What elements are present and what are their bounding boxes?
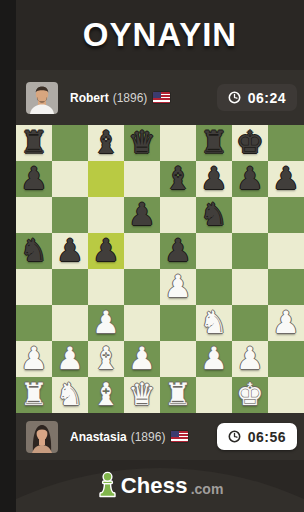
- square-e3[interactable]: [160, 305, 196, 341]
- chesscom-logo[interactable]: Chess .com: [16, 460, 304, 512]
- clock-time: 06:56: [248, 429, 286, 445]
- white-bishop-piece: ♝: [92, 343, 120, 374]
- black-queen-piece: ♛: [128, 127, 156, 158]
- square-a7[interactable]: ♟: [16, 161, 52, 197]
- square-c3[interactable]: ♟: [88, 305, 124, 341]
- player-name[interactable]: Robert: [70, 91, 109, 105]
- square-g3[interactable]: [232, 305, 268, 341]
- black-king-piece: ♚: [236, 127, 264, 158]
- black-pawn-piece: ♟: [272, 163, 300, 194]
- square-b1[interactable]: ♞: [52, 377, 88, 413]
- white-pawn-piece: ♟: [20, 343, 48, 374]
- square-e6[interactable]: [160, 197, 196, 233]
- square-f2[interactable]: ♟: [196, 341, 232, 377]
- square-b5[interactable]: ♟: [52, 233, 88, 269]
- square-d5[interactable]: [124, 233, 160, 269]
- us-flag-icon: [153, 92, 170, 103]
- square-b3[interactable]: [52, 305, 88, 341]
- chess-board[interactable]: ♜♝♛♜♚♟♝♟♟♟♟♞♞♟♟♟♟♟♞♟♟♟♝♟♟♟♜♞♝♛♜♚: [16, 125, 304, 413]
- title-bar: OYNAYIN: [16, 0, 304, 70]
- square-e4[interactable]: ♟: [160, 269, 196, 305]
- logo-text: Chess: [121, 473, 188, 499]
- square-b4[interactable]: [52, 269, 88, 305]
- square-c1[interactable]: ♝: [88, 377, 124, 413]
- square-h8[interactable]: [268, 125, 304, 161]
- white-knight-piece: ♞: [200, 307, 228, 338]
- square-a1[interactable]: ♜: [16, 377, 52, 413]
- clock-icon: [228, 91, 241, 104]
- square-h4[interactable]: [268, 269, 304, 305]
- square-f6[interactable]: ♞: [196, 197, 232, 233]
- white-bishop-piece: ♝: [92, 379, 120, 410]
- square-g5[interactable]: [232, 233, 268, 269]
- pawn-logo-icon: [97, 471, 118, 502]
- square-h7[interactable]: ♟: [268, 161, 304, 197]
- black-pawn-piece: ♟: [200, 163, 228, 194]
- square-a3[interactable]: [16, 305, 52, 341]
- avatar[interactable]: [26, 421, 58, 453]
- square-g1[interactable]: ♚: [232, 377, 268, 413]
- black-pawn-piece: ♟: [164, 235, 192, 266]
- square-g7[interactable]: ♟: [232, 161, 268, 197]
- square-h2[interactable]: [268, 341, 304, 377]
- player-name[interactable]: Anastasia: [70, 430, 127, 444]
- square-a4[interactable]: [16, 269, 52, 305]
- black-pawn-piece: ♟: [20, 163, 48, 194]
- square-a6[interactable]: [16, 197, 52, 233]
- clock-time: 06:24: [248, 90, 286, 106]
- square-f1[interactable]: [196, 377, 232, 413]
- white-pawn-piece: ♟: [200, 343, 228, 374]
- square-b6[interactable]: [52, 197, 88, 233]
- black-pawn-piece: ♟: [92, 235, 120, 266]
- square-c5[interactable]: ♟: [88, 233, 124, 269]
- square-c4[interactable]: [88, 269, 124, 305]
- square-b7[interactable]: [52, 161, 88, 197]
- black-rook-piece: ♜: [200, 127, 228, 158]
- avatar[interactable]: [26, 82, 58, 114]
- square-d8[interactable]: ♛: [124, 125, 160, 161]
- player-clock-active: 06:56: [217, 423, 297, 450]
- white-pawn-piece: ♟: [56, 343, 84, 374]
- square-d1[interactable]: ♛: [124, 377, 160, 413]
- square-g4[interactable]: [232, 269, 268, 305]
- square-d7[interactable]: [124, 161, 160, 197]
- square-f8[interactable]: ♜: [196, 125, 232, 161]
- square-e5[interactable]: ♟: [160, 233, 196, 269]
- black-knight-piece: ♞: [20, 235, 48, 266]
- black-pawn-piece: ♟: [56, 235, 84, 266]
- black-knight-piece: ♞: [200, 199, 228, 230]
- opponent-clock: 06:24: [217, 84, 297, 111]
- white-pawn-piece: ♟: [272, 307, 300, 338]
- white-king-piece: ♚: [236, 379, 264, 410]
- square-e2[interactable]: [160, 341, 196, 377]
- black-rook-piece: ♜: [20, 127, 48, 158]
- square-b2[interactable]: ♟: [52, 341, 88, 377]
- square-f5[interactable]: [196, 233, 232, 269]
- player-rating: (1896): [113, 91, 148, 105]
- square-a8[interactable]: ♜: [16, 125, 52, 161]
- player-bar: Anastasia (1896) 06:56: [16, 413, 304, 460]
- square-d3[interactable]: [124, 305, 160, 341]
- white-queen-piece: ♛: [128, 379, 156, 410]
- square-h5[interactable]: [268, 233, 304, 269]
- white-pawn-piece: ♟: [236, 343, 264, 374]
- black-pawn-piece: ♟: [236, 163, 264, 194]
- square-c2[interactable]: ♝: [88, 341, 124, 377]
- square-e8[interactable]: [160, 125, 196, 161]
- square-f7[interactable]: ♟: [196, 161, 232, 197]
- us-flag-icon: [171, 431, 188, 442]
- footer: Chess .com: [16, 460, 304, 512]
- player-rating: (1896): [131, 430, 166, 444]
- square-c7[interactable]: [88, 161, 124, 197]
- white-rook-piece: ♜: [20, 379, 48, 410]
- square-a2[interactable]: ♟: [16, 341, 52, 377]
- square-e7[interactable]: ♝: [160, 161, 196, 197]
- square-b8[interactable]: [52, 125, 88, 161]
- clock-icon: [228, 430, 241, 443]
- square-a5[interactable]: ♞: [16, 233, 52, 269]
- square-g8[interactable]: ♚: [232, 125, 268, 161]
- logo-suffix: .com: [191, 481, 224, 497]
- square-h3[interactable]: ♟: [268, 305, 304, 341]
- black-bishop-piece: ♝: [164, 163, 192, 194]
- white-pawn-piece: ♟: [92, 307, 120, 338]
- white-pawn-piece: ♟: [164, 271, 192, 302]
- page-title: OYNAYIN: [83, 16, 237, 54]
- square-c6[interactable]: [88, 197, 124, 233]
- square-g6[interactable]: [232, 197, 268, 233]
- square-c8[interactable]: ♝: [88, 125, 124, 161]
- square-h1[interactable]: [268, 377, 304, 413]
- square-h6[interactable]: [268, 197, 304, 233]
- opponent-bar: Robert (1896) 06:24: [16, 70, 304, 125]
- square-e1[interactable]: ♜: [160, 377, 196, 413]
- white-pawn-piece: ♟: [128, 343, 156, 374]
- white-knight-piece: ♞: [56, 379, 84, 410]
- app-screen: OYNAYIN Robert (1896) 06:24: [16, 0, 304, 512]
- black-bishop-piece: ♝: [92, 127, 120, 158]
- square-d6[interactable]: ♟: [124, 197, 160, 233]
- white-rook-piece: ♜: [164, 379, 192, 410]
- square-f3[interactable]: ♞: [196, 305, 232, 341]
- square-f4[interactable]: [196, 269, 232, 305]
- square-d4[interactable]: [124, 269, 160, 305]
- black-pawn-piece: ♟: [128, 199, 156, 230]
- square-d2[interactable]: ♟: [124, 341, 160, 377]
- square-g2[interactable]: ♟: [232, 341, 268, 377]
